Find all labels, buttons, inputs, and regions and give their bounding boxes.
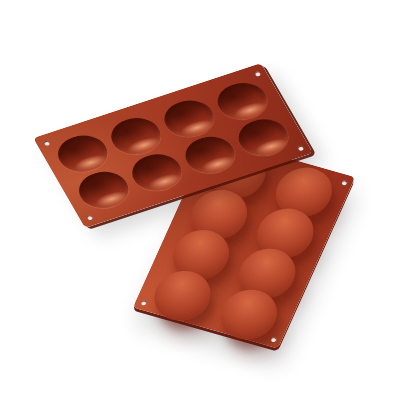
corner-hole [85, 214, 92, 220]
cavity [231, 113, 296, 161]
cavity [157, 95, 222, 143]
corner-hole [42, 140, 49, 146]
cavity [71, 166, 136, 214]
corner-hole [270, 336, 277, 342]
corner-hole [253, 71, 260, 77]
corner-hole [341, 179, 348, 185]
corner-hole [140, 299, 147, 305]
corner-hole [296, 145, 303, 151]
cavity [50, 130, 115, 178]
product-photo-scene [0, 0, 400, 400]
cavity [125, 148, 190, 196]
cavity [104, 112, 169, 160]
cavity [178, 131, 243, 179]
cavity [210, 77, 275, 125]
